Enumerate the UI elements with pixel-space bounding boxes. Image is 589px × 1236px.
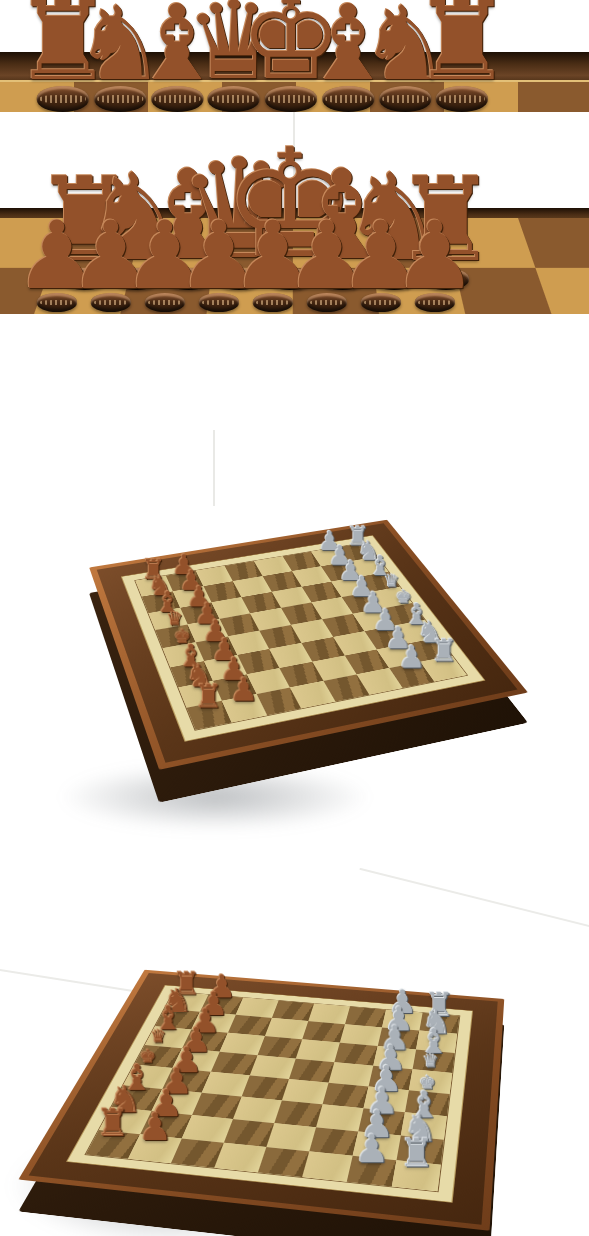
case-edge: ♜♟♟♜♞♟♟♞♝♟♟♝♛♟♟♛♚♟♟♚♝♟♟♝♞♟♟♞♜♟♟♜ bbox=[18, 970, 504, 1231]
rook-glyph: ♜ bbox=[412, 0, 512, 93]
pawn-glyph: ♟ bbox=[393, 211, 477, 300]
piece-copper-rook: ♜ bbox=[89, 1101, 137, 1144]
maple-border: ♜♟♟♜♞♟♟♞♝♟♟♝♛♟♟♛♚♟♟♚♝♟♟♝♞♟♟♞♜♟♟♜ bbox=[121, 535, 486, 741]
walnut-frame: ♜♟♟♜♞♟♟♞♝♟♟♝♛♟♟♛♚♟♟♚♝♟♟♝♞♟♟♞♜♟♟♜ bbox=[29, 973, 498, 1225]
square-c5 bbox=[258, 1036, 303, 1059]
chessboard: ♜♟♟♜♞♟♟♞♝♟♟♝♛♟♟♛♚♟♟♚♝♟♟♝♞♟♟♞♜♟♟♜ bbox=[134, 542, 468, 731]
wooden-case: ♜♟♟♜♞♟♟♞♝♟♟♝♛♟♟♛♚♟♟♚♝♟♟♝♞♟♟♞♜♟♟♜ bbox=[89, 520, 528, 770]
square-h4 bbox=[258, 1147, 309, 1177]
square-f4 bbox=[274, 1100, 322, 1127]
wooden-case: ♜♟♟♜♞♟♟♞♝♟♟♝♛♟♟♛♚♟♟♚♝♟♟♝♞♟♟♞♜♟♟♜ bbox=[18, 970, 504, 1231]
board-scene: ♜♟♟♜♞♟♟♞♝♟♟♝♛♟♟♛♚♟♟♚♝♟♟♝♞♟♟♞♜♟♟♜ bbox=[118, 452, 464, 798]
square-g4 bbox=[266, 1123, 316, 1151]
piece-pewter-pawn: ♟ bbox=[392, 639, 430, 675]
square-h1: ♜ bbox=[392, 1160, 441, 1191]
square-g5 bbox=[224, 1119, 274, 1147]
piece-copper-rook: ♜ bbox=[189, 677, 229, 715]
photo-copper-backrank-closeup: ♜♞♝♛♚♝♞♜ bbox=[0, 0, 589, 112]
piece-copper-rook: ♜ bbox=[412, 0, 512, 112]
board-scene: ♜♟♟♜♞♟♟♞♝♟♟♝♛♟♟♛♚♟♟♚♝♟♟♝♞♟♟♞♜♟♟♜ bbox=[82, 872, 496, 1236]
photo-full-board-angle-1: ♜♟♟♜♞♟♟♞♝♟♟♝♛♟♟♛♚♟♟♚♝♟♟♝♞♟♟♞♜♟♟♜ bbox=[0, 430, 589, 868]
product-photo-collage: ♜♞♝♛♚♝♞♜ ♜♞♝♛♚♝♞♜ ♟♟♟♟♟♟♟♟ ♜♟♟♜♞♟♟♞♝♟♟♝♛… bbox=[0, 0, 589, 1236]
piece-copper-pawn: ♟ bbox=[393, 211, 477, 312]
square-b5 bbox=[265, 1018, 308, 1039]
square-h8: ♜ bbox=[187, 701, 232, 730]
square-d4 bbox=[289, 1059, 334, 1083]
square-d5 bbox=[250, 1055, 296, 1079]
square-g4 bbox=[312, 655, 356, 681]
maple-border: ♜♟♟♜♞♟♟♞♝♟♟♝♛♟♟♛♚♟♟♚♝♟♟♝♞♟♟♞♜♟♟♜ bbox=[66, 985, 473, 1203]
walnut-frame: ♜♟♟♜♞♟♟♞♝♟♟♝♛♟♟♛♚♟♟♚♝♟♟♝♞♟♟♞♜♟♟♜ bbox=[97, 523, 518, 762]
square-h3 bbox=[302, 1151, 353, 1181]
case-edge: ♜♟♟♜♞♟♟♞♝♟♟♝♛♟♟♛♚♟♟♚♝♟♟♝♞♟♟♞♜♟♟♜ bbox=[89, 520, 528, 770]
chessboard: ♜♟♟♜♞♟♟♞♝♟♟♝♛♟♟♛♚♟♟♚♝♟♟♝♞♟♟♞♜♟♟♜ bbox=[84, 991, 460, 1192]
piece-copper-pawn: ♟ bbox=[224, 671, 264, 709]
piece-pewter-rook: ♜ bbox=[392, 1131, 441, 1176]
square-f5 bbox=[233, 1097, 282, 1124]
photo-copper-army-front: ♜♞♝♛♚♝♞♜ ♟♟♟♟♟♟♟♟ bbox=[0, 112, 589, 314]
square-h2: ♟ bbox=[347, 1156, 397, 1187]
photo-full-board-angle-2: ♜♟♟♜♞♟♟♞♝♟♟♝♛♟♟♛♚♟♟♚♝♟♟♝♞♟♟♞♜♟♟♜ bbox=[0, 868, 589, 1236]
piece-copper-pawn: ♟ bbox=[131, 1105, 179, 1149]
piece-pewter-pawn: ♟ bbox=[347, 1126, 396, 1171]
